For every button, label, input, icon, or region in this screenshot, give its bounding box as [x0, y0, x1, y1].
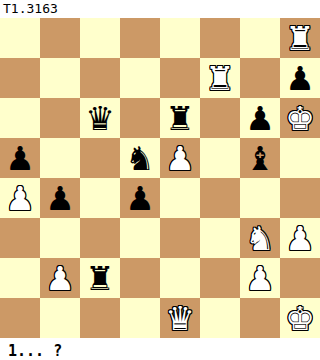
square-h5[interactable] — [280, 138, 320, 178]
square-h6[interactable]: ♚ — [280, 98, 320, 138]
square-d8[interactable] — [120, 18, 160, 58]
square-b5[interactable] — [40, 138, 80, 178]
black-rook: ♜ — [85, 262, 115, 295]
black-pawn: ♟ — [45, 182, 75, 215]
square-b3[interactable] — [40, 218, 80, 258]
square-h3[interactable]: ♟ — [280, 218, 320, 258]
square-b4[interactable]: ♟ — [40, 178, 80, 218]
square-g2[interactable]: ♟ — [240, 258, 280, 298]
square-f5[interactable] — [200, 138, 240, 178]
square-a2[interactable] — [0, 258, 40, 298]
square-e8[interactable] — [160, 18, 200, 58]
square-h2[interactable] — [280, 258, 320, 298]
square-b2[interactable]: ♟ — [40, 258, 80, 298]
square-g4[interactable] — [240, 178, 280, 218]
square-h4[interactable] — [280, 178, 320, 218]
square-c7[interactable] — [80, 58, 120, 98]
square-a6[interactable] — [0, 98, 40, 138]
white-pawn: ♟ — [165, 142, 195, 175]
square-e2[interactable] — [160, 258, 200, 298]
puzzle-title: T1.3163 — [0, 0, 320, 18]
white-queen: ♛ — [165, 302, 195, 335]
square-d5[interactable]: ♞ — [120, 138, 160, 178]
square-f4[interactable] — [200, 178, 240, 218]
square-b7[interactable] — [40, 58, 80, 98]
square-b6[interactable] — [40, 98, 80, 138]
white-pawn: ♟ — [285, 222, 315, 255]
square-f2[interactable] — [200, 258, 240, 298]
black-pawn: ♟ — [285, 62, 315, 95]
square-f3[interactable] — [200, 218, 240, 258]
black-queen: ♛ — [85, 102, 115, 135]
square-g5[interactable]: ♝ — [240, 138, 280, 178]
square-a4[interactable]: ♟ — [0, 178, 40, 218]
square-a8[interactable] — [0, 18, 40, 58]
square-b1[interactable] — [40, 298, 80, 338]
square-f6[interactable] — [200, 98, 240, 138]
square-e6[interactable]: ♜ — [160, 98, 200, 138]
square-c2[interactable]: ♜ — [80, 258, 120, 298]
square-g8[interactable] — [240, 18, 280, 58]
square-c6[interactable]: ♛ — [80, 98, 120, 138]
white-king: ♚ — [285, 302, 315, 335]
square-c8[interactable] — [80, 18, 120, 58]
black-knight: ♞ — [125, 142, 155, 175]
square-f8[interactable] — [200, 18, 240, 58]
square-c3[interactable] — [80, 218, 120, 258]
black-rook: ♜ — [165, 102, 195, 135]
square-h7[interactable]: ♟ — [280, 58, 320, 98]
white-pawn: ♟ — [245, 262, 275, 295]
square-d4[interactable]: ♟ — [120, 178, 160, 218]
square-g7[interactable] — [240, 58, 280, 98]
square-g6[interactable]: ♟ — [240, 98, 280, 138]
square-b8[interactable] — [40, 18, 80, 58]
square-a1[interactable] — [0, 298, 40, 338]
move-prompt: 1... ? — [0, 338, 320, 360]
square-d6[interactable] — [120, 98, 160, 138]
white-pawn: ♟ — [45, 262, 75, 295]
square-d3[interactable] — [120, 218, 160, 258]
square-a7[interactable] — [0, 58, 40, 98]
square-h1[interactable]: ♚ — [280, 298, 320, 338]
square-g3[interactable]: ♞ — [240, 218, 280, 258]
square-c4[interactable] — [80, 178, 120, 218]
black-pawn: ♟ — [5, 142, 35, 175]
square-c1[interactable] — [80, 298, 120, 338]
black-pawn: ♟ — [125, 182, 155, 215]
square-a5[interactable]: ♟ — [0, 138, 40, 178]
black-pawn: ♟ — [245, 102, 275, 135]
square-a3[interactable] — [0, 218, 40, 258]
square-c5[interactable] — [80, 138, 120, 178]
square-e1[interactable]: ♛ — [160, 298, 200, 338]
white-rook: ♜ — [285, 22, 315, 55]
square-e4[interactable] — [160, 178, 200, 218]
black-bishop: ♝ — [245, 142, 275, 175]
square-h8[interactable]: ♜ — [280, 18, 320, 58]
white-pawn: ♟ — [5, 182, 35, 215]
square-d7[interactable] — [120, 58, 160, 98]
white-king: ♚ — [285, 102, 315, 135]
chess-board: ♜♜♟♛♜♟♚♟♞♟♝♟♟♟♞♟♟♜♟♛♚ — [0, 18, 320, 338]
white-knight: ♞ — [245, 222, 275, 255]
square-g1[interactable] — [240, 298, 280, 338]
square-f7[interactable]: ♜ — [200, 58, 240, 98]
square-d1[interactable] — [120, 298, 160, 338]
square-e5[interactable]: ♟ — [160, 138, 200, 178]
white-rook: ♜ — [205, 62, 235, 95]
square-e7[interactable] — [160, 58, 200, 98]
square-e3[interactable] — [160, 218, 200, 258]
square-d2[interactable] — [120, 258, 160, 298]
square-f1[interactable] — [200, 298, 240, 338]
